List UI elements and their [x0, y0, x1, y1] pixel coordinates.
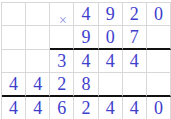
grid-cell-r0c0 [2, 3, 26, 26]
multiplication-worksheet: 4920907344444284462440 × [0, 0, 171, 119]
grid-cell-r4c2: 6 [50, 97, 74, 119]
grid-cell-r3c0: 4 [2, 73, 26, 96]
multiply-icon: × [56, 13, 70, 28]
grid-cell-r2c0 [2, 50, 26, 73]
grid-cell-r1c0 [2, 26, 26, 49]
grid-cell-r0c5: 2 [123, 3, 147, 26]
grid-cell-r3c3: 8 [74, 73, 98, 96]
grid-cell-r4c6: 0 [147, 97, 171, 119]
grid-cell-r3c5 [123, 73, 147, 96]
grid-cell-r3c2: 2 [50, 73, 74, 96]
multiplication-grid: 4920907344444284462440 [1, 2, 171, 119]
grid-cell-r1c5: 7 [123, 26, 147, 49]
grid-cell-r1c6 [147, 26, 171, 49]
grid-cell-r3c6 [147, 73, 171, 96]
grid-cell-r2c3: 4 [74, 50, 98, 73]
grid-cell-r2c5: 4 [123, 50, 147, 73]
grid-cell-r0c3: 4 [74, 3, 98, 26]
grid-cell-r2c1 [26, 50, 50, 73]
grid-cell-r3c4 [99, 73, 123, 96]
grid-cell-r2c2: 3 [50, 50, 74, 73]
grid-cell-r4c1: 4 [26, 97, 50, 119]
grid-cell-r0c6: 0 [147, 3, 171, 26]
grid-cell-r2c4: 4 [99, 50, 123, 73]
grid-cell-r0c1 [26, 3, 50, 26]
grid-cell-r1c2 [50, 26, 74, 49]
grid-cell-r4c0: 4 [2, 97, 26, 119]
grid-cell-r4c5: 4 [123, 97, 147, 119]
grid-cell-r4c4: 4 [99, 97, 123, 119]
grid-cell-r1c4: 0 [99, 26, 123, 49]
grid-cell-r0c4: 9 [99, 3, 123, 26]
grid-cell-r1c1 [26, 26, 50, 49]
grid-cell-r4c3: 2 [74, 97, 98, 119]
grid-cell-r3c1: 4 [26, 73, 50, 96]
grid-cell-r1c3: 9 [74, 26, 98, 49]
grid-cell-r2c6 [147, 50, 171, 73]
